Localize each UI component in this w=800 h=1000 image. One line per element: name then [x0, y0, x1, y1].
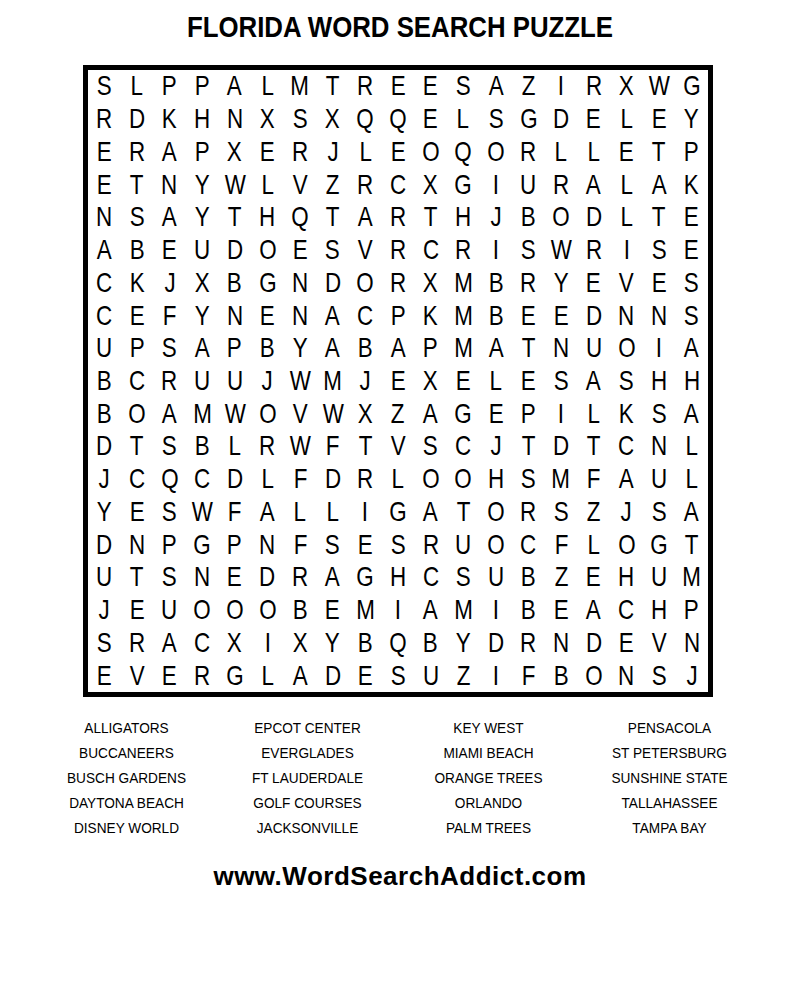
- grid-letter: A: [162, 138, 177, 166]
- grid-cell-r11c14: P: [512, 397, 545, 430]
- grid-letter: H: [488, 465, 504, 493]
- grid-cell-r1c18: W: [643, 70, 676, 103]
- grid-cell-r13c4: C: [186, 463, 219, 496]
- grid-cell-r12c16: T: [577, 430, 610, 463]
- grid-cell-r8c13: B: [480, 299, 513, 332]
- grid-letter: E: [97, 171, 112, 199]
- grid-letter: A: [227, 72, 242, 100]
- grid-cell-r10c9: J: [349, 365, 382, 398]
- grid-letter: S: [652, 400, 667, 428]
- grid-letter: R: [520, 138, 536, 166]
- grid-letter: S: [97, 629, 112, 657]
- grid-cell-r12c19: L: [675, 430, 708, 463]
- grid-letter: H: [684, 367, 700, 395]
- grid-letter: L: [359, 138, 371, 166]
- grid-letter: E: [586, 105, 601, 133]
- grid-cell-r5c2: S: [121, 201, 154, 234]
- grid-cell-r17c6: O: [251, 594, 284, 627]
- grid-cell-r7c5: B: [219, 266, 252, 299]
- grid-cell-r6c5: D: [219, 234, 252, 267]
- word-item: ST PETERSBURG: [590, 740, 749, 765]
- grid-letter: E: [358, 662, 373, 690]
- grid-letter: S: [456, 72, 471, 100]
- grid-letter: H: [259, 203, 275, 231]
- grid-letter: D: [96, 531, 112, 559]
- grid-letter: F: [293, 531, 307, 559]
- grid-cell-r13c1: J: [88, 463, 121, 496]
- grid-letter: L: [261, 171, 273, 199]
- grid-letter: R: [194, 662, 210, 690]
- grid-letter: D: [96, 432, 112, 460]
- grid-cell-r14c15: S: [545, 496, 578, 529]
- grid-letter: E: [456, 367, 471, 395]
- grid-letter: O: [455, 465, 472, 493]
- grid-cell-r14c1: Y: [88, 496, 121, 529]
- grid-letter: M: [454, 334, 473, 362]
- grid-letter: N: [651, 432, 667, 460]
- grid-cell-r4c14: U: [512, 168, 545, 201]
- grid-letter: Q: [389, 105, 406, 133]
- grid-cell-r15c17: O: [610, 528, 643, 561]
- grid-letter: P: [162, 531, 177, 559]
- grid-cell-r4c11: X: [414, 168, 447, 201]
- grid-letter: N: [259, 531, 275, 559]
- grid-cell-r5c18: T: [643, 201, 676, 234]
- grid-cell-r4c19: K: [675, 168, 708, 201]
- grid-letter: R: [553, 171, 569, 199]
- grid-cell-r5c10: R: [382, 201, 415, 234]
- grid-letter: B: [358, 334, 373, 362]
- grid-cell-r8c8: A: [316, 299, 349, 332]
- grid-letter: S: [162, 498, 177, 526]
- grid-cell-r19c2: V: [121, 659, 154, 692]
- grid-cell-r1c10: E: [382, 70, 415, 103]
- grid-cell-r7c4: X: [186, 266, 219, 299]
- grid-cell-r3c17: E: [610, 135, 643, 168]
- grid-letter: M: [682, 563, 701, 591]
- grid-cell-r15c18: G: [643, 528, 676, 561]
- grid-cell-r17c10: I: [382, 594, 415, 627]
- grid-cell-r12c1: D: [88, 430, 121, 463]
- grid-cell-r7c9: O: [349, 266, 382, 299]
- grid-cell-r16c3: S: [153, 561, 186, 594]
- grid-letter: E: [391, 138, 406, 166]
- grid-letter: D: [325, 662, 341, 690]
- grid-letter: T: [326, 72, 340, 100]
- site-url: www.WordSearchAddict.com: [0, 860, 800, 892]
- grid-cell-r13c13: H: [480, 463, 513, 496]
- grid-cell-r12c6: R: [251, 430, 284, 463]
- grid-cell-r4c2: T: [121, 168, 154, 201]
- grid-cell-r5c15: O: [545, 201, 578, 234]
- grid-letter: O: [193, 596, 210, 624]
- grid-letter: S: [554, 498, 569, 526]
- grid-letter: C: [129, 367, 145, 395]
- grid-cell-r19c19: J: [675, 659, 708, 692]
- grid-letter: C: [194, 465, 210, 493]
- grid-letter: P: [423, 334, 438, 362]
- grid-letter: D: [553, 105, 569, 133]
- grid-cell-r13c19: L: [675, 463, 708, 496]
- grid-cell-r18c12: Y: [447, 627, 480, 660]
- grid-letter: X: [227, 629, 242, 657]
- grid-cell-r3c15: L: [545, 135, 578, 168]
- grid-cell-r15c9: E: [349, 528, 382, 561]
- grid-letter: E: [391, 72, 406, 100]
- grid-letter: S: [554, 367, 569, 395]
- grid-cell-r15c3: P: [153, 528, 186, 561]
- grid-letter: O: [422, 138, 439, 166]
- grid-letter: Z: [391, 400, 405, 428]
- grid-letter: S: [325, 531, 340, 559]
- grid-letter: E: [684, 203, 699, 231]
- grid-letter: A: [586, 171, 601, 199]
- grid-letter: Q: [357, 105, 374, 133]
- grid-letter: D: [227, 465, 243, 493]
- grid-letter: C: [390, 171, 406, 199]
- grid-cell-r11c5: W: [219, 397, 252, 430]
- grid-letter: Y: [97, 498, 112, 526]
- grid-cell-r12c14: T: [512, 430, 545, 463]
- grid-cell-r9c9: B: [349, 332, 382, 365]
- grid-cell-r6c8: S: [316, 234, 349, 267]
- grid-cell-r14c9: I: [349, 496, 382, 529]
- grid-cell-r13c2: C: [121, 463, 154, 496]
- grid-letter: J: [490, 432, 501, 460]
- grid-letter: E: [129, 596, 144, 624]
- grid-cell-r8c10: P: [382, 299, 415, 332]
- grid-letter: U: [161, 596, 177, 624]
- grid-cell-r3c8: J: [316, 135, 349, 168]
- grid-cell-r5c4: Y: [186, 201, 219, 234]
- grid-cell-r10c3: R: [153, 365, 186, 398]
- grid-cell-r18c15: N: [545, 627, 578, 660]
- grid-cell-r2c8: X: [316, 103, 349, 136]
- grid-cell-r2c3: K: [153, 103, 186, 136]
- grid-letter: G: [193, 531, 210, 559]
- grid-letter: E: [358, 531, 373, 559]
- word-list-column-2: EPCOT CENTEREVERGLADESFT LAUDERDALEGOLF …: [217, 715, 398, 840]
- grid-letter: Y: [684, 105, 699, 133]
- grid-cell-r18c7: X: [284, 627, 317, 660]
- grid-cell-r9c17: O: [610, 332, 643, 365]
- grid-cell-r18c19: N: [675, 627, 708, 660]
- grid-cell-r18c8: Y: [316, 627, 349, 660]
- grid-letter: A: [586, 367, 601, 395]
- grid-letter: C: [357, 302, 373, 330]
- grid-cell-r16c5: E: [219, 561, 252, 594]
- grid-letter: B: [554, 662, 569, 690]
- grid-letter: N: [553, 629, 569, 657]
- grid-cell-r16c1: U: [88, 561, 121, 594]
- grid-letter: M: [552, 465, 571, 493]
- grid-letter: L: [685, 432, 697, 460]
- grid-letter: R: [390, 269, 406, 297]
- grid-letter: S: [423, 432, 438, 460]
- grid-cell-r1c14: Z: [512, 70, 545, 103]
- grid-cell-r14c18: S: [643, 496, 676, 529]
- grid-letter: A: [684, 400, 699, 428]
- grid-cell-r3c12: Q: [447, 135, 480, 168]
- grid-letter: I: [493, 236, 499, 264]
- grid-letter: T: [522, 432, 536, 460]
- grid-cell-r14c12: T: [447, 496, 480, 529]
- grid-cell-r16c8: A: [316, 561, 349, 594]
- grid-cell-r11c3: A: [153, 397, 186, 430]
- grid-letter: D: [227, 236, 243, 264]
- grid-cell-r13c18: U: [643, 463, 676, 496]
- grid-letter: L: [620, 203, 632, 231]
- grid-letter: U: [227, 367, 243, 395]
- word-item: GOLF COURSES: [228, 790, 387, 815]
- grid-letter: A: [162, 629, 177, 657]
- grid-cell-r7c1: C: [88, 266, 121, 299]
- grid-cell-r2c16: E: [577, 103, 610, 136]
- grid-letter: L: [588, 138, 600, 166]
- grid-letter: A: [423, 498, 438, 526]
- grid-letter: E: [521, 367, 536, 395]
- grid-letter: V: [619, 269, 634, 297]
- word-item: TALLAHASSEE: [590, 790, 749, 815]
- grid-letter: B: [97, 400, 112, 428]
- grid-letter: U: [488, 563, 504, 591]
- grid-letter: B: [358, 629, 373, 657]
- grid-letter: L: [131, 72, 143, 100]
- grid-cell-r10c10: E: [382, 365, 415, 398]
- grid-cell-r4c1: E: [88, 168, 121, 201]
- grid-letter: E: [162, 236, 177, 264]
- grid-cell-r5c13: J: [480, 201, 513, 234]
- grid-cell-r1c1: S: [88, 70, 121, 103]
- grid-letter: L: [392, 465, 404, 493]
- grid-letter: G: [389, 498, 406, 526]
- grid-cell-r13c5: D: [219, 463, 252, 496]
- grid-cell-r7c12: M: [447, 266, 480, 299]
- grid-letter: L: [490, 367, 502, 395]
- grid-letter: N: [618, 662, 634, 690]
- grid-letter: S: [652, 662, 667, 690]
- grid-cell-r2c14: G: [512, 103, 545, 136]
- grid-letter: X: [358, 400, 373, 428]
- grid-letter: E: [423, 72, 438, 100]
- grid-cell-r7c13: B: [480, 266, 513, 299]
- grid-letter: L: [588, 531, 600, 559]
- grid-cell-r8c12: M: [447, 299, 480, 332]
- grid-cell-r2c19: Y: [675, 103, 708, 136]
- grid-letter: N: [651, 302, 667, 330]
- grid-letter: I: [493, 596, 499, 624]
- grid-cell-r5c3: A: [153, 201, 186, 234]
- word-item: ORANGE TREES: [409, 765, 568, 790]
- grid-cell-r1c2: L: [121, 70, 154, 103]
- grid-cell-r13c12: O: [447, 463, 480, 496]
- grid-cell-r1c12: S: [447, 70, 480, 103]
- grid-letter: Z: [522, 72, 536, 100]
- grid-letter: Q: [291, 203, 308, 231]
- grid-letter: C: [129, 465, 145, 493]
- grid-letter: S: [162, 563, 177, 591]
- grid-cell-r1c5: A: [219, 70, 252, 103]
- grid-cell-r15c4: G: [186, 528, 219, 561]
- grid-letter: S: [325, 236, 340, 264]
- grid-letter: C: [423, 236, 439, 264]
- grid-letter: Z: [587, 498, 601, 526]
- grid-letter: J: [327, 138, 338, 166]
- grid-cell-r11c15: I: [545, 397, 578, 430]
- grid-cell-r15c10: S: [382, 528, 415, 561]
- grid-letter: N: [227, 105, 243, 133]
- grid-cell-r7c8: D: [316, 266, 349, 299]
- grid-cell-r15c16: L: [577, 528, 610, 561]
- grid-letter: B: [521, 563, 536, 591]
- grid-cell-r2c13: S: [480, 103, 513, 136]
- grid-letter: O: [226, 596, 243, 624]
- grid-letter: X: [619, 72, 634, 100]
- grid-cell-r9c19: A: [675, 332, 708, 365]
- grid-letter: B: [488, 269, 503, 297]
- word-list-column-4: PENSACOLAST PETERSBURGSUNSHINE STATETALL…: [579, 715, 760, 840]
- grid-letter: R: [520, 629, 536, 657]
- grid-letter: G: [455, 171, 472, 199]
- grid-cell-r11c12: G: [447, 397, 480, 430]
- grid-letter: L: [229, 432, 241, 460]
- grid-cell-r8c18: N: [643, 299, 676, 332]
- grid-cell-r10c13: L: [480, 365, 513, 398]
- grid-cell-r13c17: A: [610, 463, 643, 496]
- grid-letter: H: [651, 596, 667, 624]
- grid-letter: X: [423, 367, 438, 395]
- grid-cell-r1c9: R: [349, 70, 382, 103]
- grid-letter: I: [395, 596, 401, 624]
- grid-letter: E: [162, 662, 177, 690]
- word-item: ALLIGATORS: [47, 715, 206, 740]
- grid-cell-r7c11: X: [414, 266, 447, 299]
- grid-cell-r8c11: K: [414, 299, 447, 332]
- grid-letter: E: [260, 302, 275, 330]
- grid-cell-r15c15: F: [545, 528, 578, 561]
- grid-cell-r17c17: C: [610, 594, 643, 627]
- grid-cell-r2c1: R: [88, 103, 121, 136]
- grid-letter: J: [262, 367, 273, 395]
- grid-cell-r17c14: B: [512, 594, 545, 627]
- grid-letter: E: [586, 269, 601, 297]
- grid-letter: T: [130, 171, 144, 199]
- grid-letter: R: [390, 236, 406, 264]
- grid-cell-r3c1: E: [88, 135, 121, 168]
- grid-letter: D: [586, 302, 602, 330]
- grid-cell-r13c6: L: [251, 463, 284, 496]
- grid-cell-r16c11: C: [414, 561, 447, 594]
- grid-cell-r7c16: E: [577, 266, 610, 299]
- grid-letter: V: [129, 662, 144, 690]
- grid-cell-r3c9: L: [349, 135, 382, 168]
- grid-cell-r16c12: S: [447, 561, 480, 594]
- grid-letter: T: [685, 531, 699, 559]
- grid-cell-r5c17: L: [610, 201, 643, 234]
- grid-letter: U: [520, 171, 536, 199]
- grid-letter: U: [423, 662, 439, 690]
- grid-letter: N: [553, 334, 569, 362]
- grid-cell-r13c3: Q: [153, 463, 186, 496]
- grid-letter: E: [129, 302, 144, 330]
- grid-cell-r12c7: W: [284, 430, 317, 463]
- grid-cell-r10c19: H: [675, 365, 708, 398]
- grid-letter: C: [520, 531, 536, 559]
- grid-letter: Q: [161, 465, 178, 493]
- grid-letter: E: [554, 596, 569, 624]
- grid-letter: W: [322, 400, 343, 428]
- puzzle-title: FLORIDA WORD SEARCH PUZZLE: [56, 10, 744, 44]
- grid-letter: D: [259, 563, 275, 591]
- grid-cell-r9c14: T: [512, 332, 545, 365]
- grid-cell-r16c17: H: [610, 561, 643, 594]
- grid-letter: W: [551, 236, 572, 264]
- grid-letter: T: [587, 432, 601, 460]
- grid-cell-r14c11: A: [414, 496, 447, 529]
- grid-letter: M: [193, 400, 212, 428]
- grid-letter: B: [97, 367, 112, 395]
- grid-letter: B: [260, 334, 275, 362]
- grid-cell-r4c15: R: [545, 168, 578, 201]
- grid-cell-r9c16: U: [577, 332, 610, 365]
- grid-cell-r9c11: P: [414, 332, 447, 365]
- grid-letter: P: [227, 334, 242, 362]
- grid-letter: L: [588, 400, 600, 428]
- grid-cell-r11c17: K: [610, 397, 643, 430]
- grid-letter: S: [391, 662, 406, 690]
- grid-cell-r19c17: N: [610, 659, 643, 692]
- word-list: ALLIGATORSBUCCANEERSBUSCH GARDENSDAYTONA…: [36, 715, 760, 840]
- grid-cell-r2c2: D: [121, 103, 154, 136]
- grid-cell-r16c19: M: [675, 561, 708, 594]
- grid-cell-r19c5: G: [219, 659, 252, 692]
- grid-letter: D: [586, 629, 602, 657]
- grid-cell-r6c4: U: [186, 234, 219, 267]
- grid-cell-r6c9: V: [349, 234, 382, 267]
- grid-letter: R: [259, 432, 275, 460]
- grid-letter: X: [293, 629, 308, 657]
- grid-cell-r7c7: N: [284, 266, 317, 299]
- grid-letter: E: [97, 662, 112, 690]
- grid-cell-r2c18: E: [643, 103, 676, 136]
- grid-cell-r1c8: T: [316, 70, 349, 103]
- grid-cell-r18c6: I: [251, 627, 284, 660]
- grid-letter: E: [423, 105, 438, 133]
- grid-letter: R: [390, 203, 406, 231]
- grid-letter: U: [194, 236, 210, 264]
- grid-cell-r19c1: E: [88, 659, 121, 692]
- grid-letter: P: [195, 72, 210, 100]
- grid-cell-r11c1: B: [88, 397, 121, 430]
- grid-letter: S: [488, 105, 503, 133]
- grid-cell-r11c18: S: [643, 397, 676, 430]
- grid-letter: M: [454, 269, 473, 297]
- grid-letter: A: [684, 498, 699, 526]
- grid-letter: R: [161, 367, 177, 395]
- grid-cell-r8c17: N: [610, 299, 643, 332]
- grid-letter: R: [292, 138, 308, 166]
- grid-letter: N: [292, 302, 308, 330]
- grid-cell-r19c18: S: [643, 659, 676, 692]
- grid-letter: K: [423, 302, 438, 330]
- grid-cell-r6c14: S: [512, 234, 545, 267]
- grid-cell-r15c12: U: [447, 528, 480, 561]
- grid-letter: J: [490, 203, 501, 231]
- word-item: SUNSHINE STATE: [590, 765, 749, 790]
- grid-letter: U: [586, 334, 602, 362]
- grid-letter: T: [130, 563, 144, 591]
- grid-cell-r11c4: M: [186, 397, 219, 430]
